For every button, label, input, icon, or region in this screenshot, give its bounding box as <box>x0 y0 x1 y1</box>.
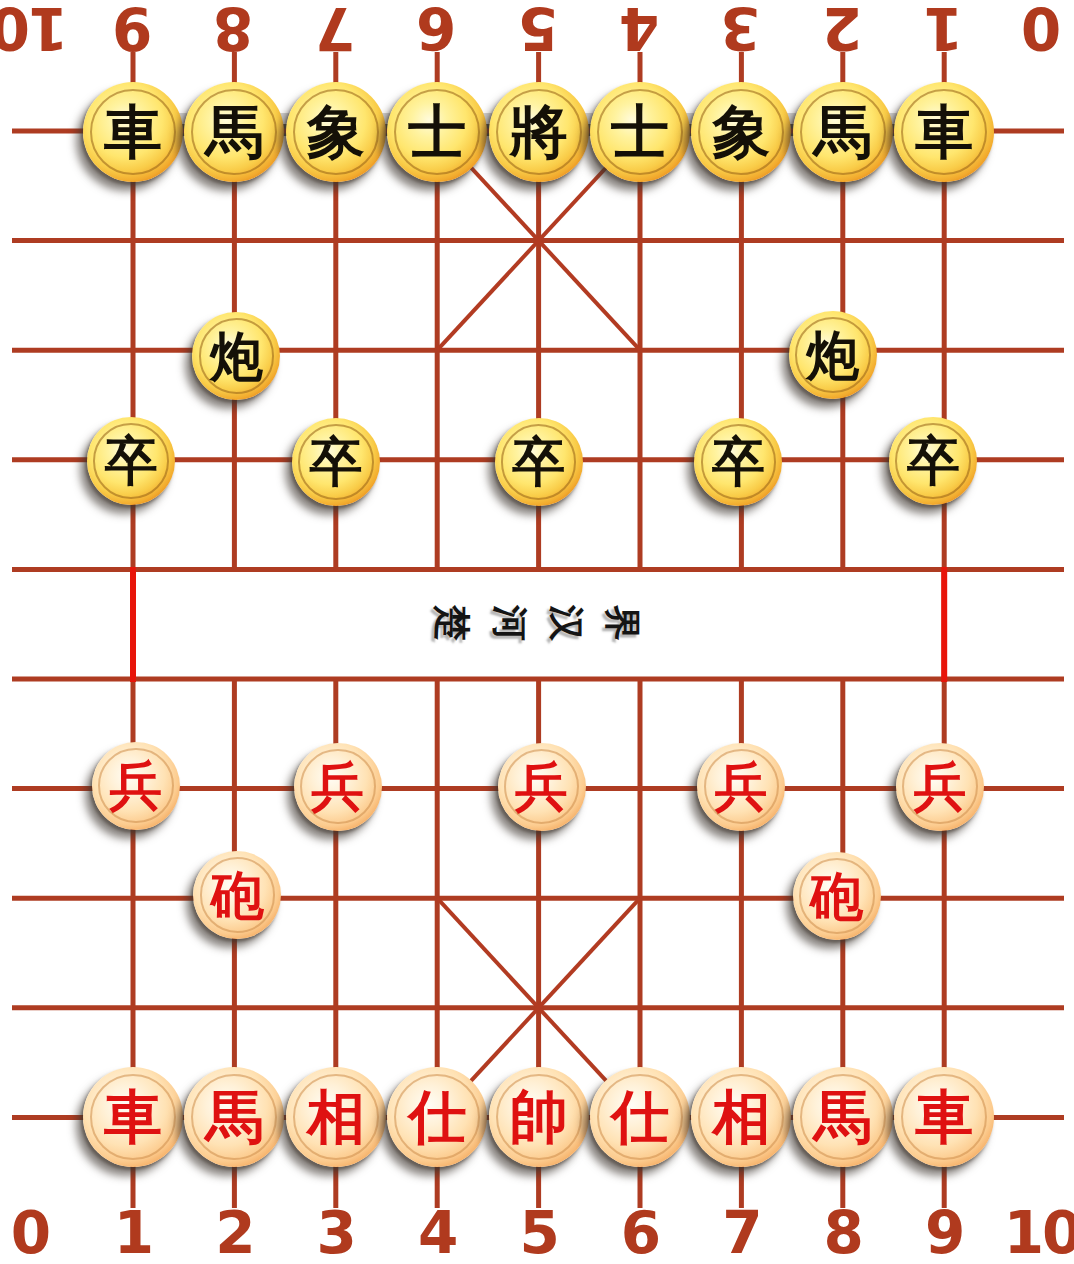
black-piece-disc: 車 <box>83 82 183 182</box>
piece-glyph: 卒 <box>907 434 960 487</box>
piece-red-cannon[interactable]: 砲 <box>234 898 335 1008</box>
top-file-label-7: 7 <box>317 0 355 57</box>
top-file-label-10: 10 <box>0 0 68 57</box>
top-file-label-4: 4 <box>621 0 659 57</box>
black-piece-disc: 卒 <box>889 417 977 505</box>
black-piece-disc: 炮 <box>192 312 280 400</box>
piece-glyph: 車 <box>104 103 162 161</box>
piece-glyph: 兵 <box>914 760 967 813</box>
piece-red-soldier[interactable]: 兵 <box>944 789 1045 899</box>
black-piece-disc: 象 <box>286 82 386 182</box>
top-file-label-6: 6 <box>418 0 456 57</box>
black-piece-disc: 卒 <box>87 417 175 505</box>
piece-glyph: 炮 <box>210 330 263 383</box>
piece-glyph: 卒 <box>105 434 158 487</box>
red-piece-disc: 馬 <box>793 1067 893 1167</box>
piece-glyph: 將 <box>510 103 568 161</box>
black-piece-disc: 士 <box>387 82 487 182</box>
red-piece-disc: 仕 <box>387 1067 487 1167</box>
piece-black-chariot[interactable]: 車 <box>944 131 1045 241</box>
piece-glyph: 車 <box>915 1088 973 1146</box>
piece-glyph: 帥 <box>510 1088 568 1146</box>
piece-glyph: 兵 <box>715 760 768 813</box>
red-piece-disc: 車 <box>83 1067 183 1167</box>
piece-glyph: 象 <box>307 103 365 161</box>
top-file-label-0: 0 <box>1023 0 1061 57</box>
red-piece-disc: 馬 <box>184 1067 284 1167</box>
red-piece-disc: 砲 <box>193 851 281 939</box>
red-piece-disc: 砲 <box>793 852 881 940</box>
black-piece-disc: 卒 <box>495 418 583 506</box>
black-piece-disc: 車 <box>894 82 994 182</box>
piece-glyph: 卒 <box>309 435 362 488</box>
red-piece-disc: 相 <box>691 1067 791 1167</box>
piece-glyph: 相 <box>307 1088 365 1146</box>
piece-glyph: 炮 <box>806 329 859 382</box>
red-piece-disc: 兵 <box>697 743 785 831</box>
top-file-label-3: 3 <box>722 0 760 57</box>
piece-glyph: 馬 <box>814 1088 872 1146</box>
black-piece-disc: 馬 <box>793 82 893 182</box>
piece-black-soldier[interactable]: 卒 <box>944 460 1045 570</box>
red-piece-disc: 仕 <box>590 1067 690 1167</box>
black-piece-disc: 卒 <box>694 418 782 506</box>
piece-black-soldier[interactable]: 卒 <box>741 460 842 570</box>
piece-glyph: 馬 <box>205 103 263 161</box>
top-file-label-2: 2 <box>824 0 862 57</box>
black-piece-disc: 馬 <box>184 82 284 182</box>
red-piece-disc: 兵 <box>498 743 586 831</box>
piece-red-soldier[interactable]: 兵 <box>336 789 437 899</box>
top-file-label-1: 1 <box>925 0 963 57</box>
top-file-label-8: 8 <box>215 0 253 57</box>
red-piece-disc: 帥 <box>489 1067 589 1167</box>
piece-glyph: 卒 <box>512 435 565 488</box>
piece-glyph: 車 <box>915 103 973 161</box>
black-piece-disc: 象 <box>691 82 791 182</box>
piece-black-soldier[interactable]: 卒 <box>336 460 437 570</box>
red-piece-disc: 兵 <box>896 743 984 831</box>
piece-black-soldier[interactable]: 卒 <box>133 460 234 570</box>
black-piece-disc: 卒 <box>292 418 380 506</box>
piece-black-soldier[interactable]: 卒 <box>539 460 640 570</box>
piece-glyph: 士 <box>408 103 466 161</box>
piece-glyph: 砲 <box>810 870 863 923</box>
piece-glyph: 兵 <box>110 759 163 812</box>
top-file-label-9: 9 <box>114 0 152 57</box>
piece-red-soldier[interactable]: 兵 <box>539 789 640 899</box>
red-piece-disc: 兵 <box>92 742 180 830</box>
black-piece-disc: 炮 <box>789 311 877 399</box>
red-piece-disc: 兵 <box>294 743 382 831</box>
red-piece-disc: 車 <box>894 1067 994 1167</box>
piece-glyph: 馬 <box>205 1088 263 1146</box>
red-piece-disc: 相 <box>286 1067 386 1167</box>
piece-glyph: 卒 <box>712 435 765 488</box>
piece-glyph: 馬 <box>814 103 872 161</box>
piece-glyph: 砲 <box>211 869 264 922</box>
piece-glyph: 兵 <box>311 760 364 813</box>
piece-red-chariot[interactable]: 車 <box>944 1117 1045 1227</box>
piece-red-cannon[interactable]: 砲 <box>843 898 944 1008</box>
xiangqi-board: 109876543210012345678910 楚河汉界 車馬象士將士象馬車炮… <box>0 0 1074 1264</box>
piece-glyph: 仕 <box>408 1088 466 1146</box>
piece-grid: 車馬象士將士象馬車炮炮卒卒卒卒卒兵兵兵兵兵砲砲車馬相仕帥仕相馬車 <box>133 131 1046 1227</box>
black-piece-disc: 將 <box>489 82 589 182</box>
piece-glyph: 車 <box>104 1088 162 1146</box>
piece-glyph: 相 <box>712 1088 770 1146</box>
bottom-file-label-0: 0 <box>11 1204 49 1262</box>
piece-glyph: 象 <box>712 103 770 161</box>
piece-glyph: 士 <box>611 103 669 161</box>
top-file-label-5: 5 <box>519 0 557 57</box>
piece-glyph: 仕 <box>611 1088 669 1146</box>
black-piece-disc: 士 <box>590 82 690 182</box>
piece-glyph: 兵 <box>515 760 568 813</box>
